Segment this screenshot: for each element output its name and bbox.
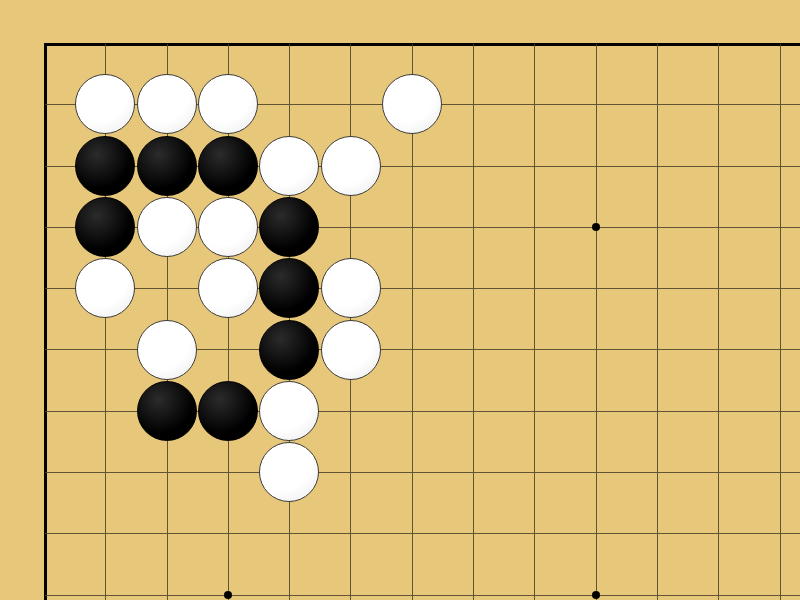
grid-cell <box>534 43 595 104</box>
grid-cell <box>228 595 289 600</box>
stone-black[interactable] <box>198 136 258 196</box>
grid-cell <box>473 288 534 349</box>
grid-cell <box>534 349 595 410</box>
grid-cell <box>44 595 105 600</box>
grid-cell <box>44 349 105 410</box>
grid-cell <box>657 166 718 227</box>
stone-white[interactable] <box>137 320 197 380</box>
stone-black[interactable] <box>75 136 135 196</box>
grid-cell <box>596 227 657 288</box>
grid-cell <box>596 104 657 165</box>
grid-cell <box>289 43 350 104</box>
grid-cell <box>718 288 779 349</box>
stone-white[interactable] <box>75 74 135 134</box>
stone-white[interactable] <box>137 197 197 257</box>
grid-cell <box>105 595 166 600</box>
grid-cell <box>657 43 718 104</box>
grid-cell <box>44 472 105 533</box>
stone-black[interactable] <box>259 258 319 318</box>
stone-white[interactable] <box>382 74 442 134</box>
grid-cell <box>473 533 534 594</box>
grid-cell <box>596 533 657 594</box>
stone-white[interactable] <box>259 442 319 502</box>
stone-black[interactable] <box>259 197 319 257</box>
grid-cell <box>534 288 595 349</box>
grid-cell <box>412 595 473 600</box>
grid-cell <box>289 533 350 594</box>
grid-cell <box>718 227 779 288</box>
grid-cell <box>718 104 779 165</box>
grid-cell <box>167 472 228 533</box>
grid-cell <box>780 288 800 349</box>
stone-white[interactable] <box>321 258 381 318</box>
grid-cell <box>534 166 595 227</box>
grid-cell <box>780 472 800 533</box>
stone-white[interactable] <box>321 320 381 380</box>
grid-cell <box>412 472 473 533</box>
go-board[interactable] <box>0 0 800 600</box>
grid-cell <box>657 411 718 472</box>
grid-cell <box>657 288 718 349</box>
grid-cell <box>167 595 228 600</box>
grid-cell <box>718 595 779 600</box>
grid-cell <box>780 43 800 104</box>
grid-cell <box>596 166 657 227</box>
grid-cell <box>780 349 800 410</box>
grid-cell <box>718 472 779 533</box>
grid-cell <box>350 533 411 594</box>
stone-black[interactable] <box>75 197 135 257</box>
grid-cell <box>412 288 473 349</box>
grid-cell <box>534 595 595 600</box>
stone-white[interactable] <box>259 381 319 441</box>
grid-cell <box>473 411 534 472</box>
stone-black[interactable] <box>137 381 197 441</box>
stone-white[interactable] <box>137 74 197 134</box>
grid-cell <box>473 43 534 104</box>
grid-cell <box>596 349 657 410</box>
grid-cell <box>412 533 473 594</box>
grid-cell <box>718 349 779 410</box>
grid-cell <box>350 472 411 533</box>
grid-cell <box>718 166 779 227</box>
grid-cell <box>167 533 228 594</box>
grid-cell <box>105 472 166 533</box>
grid-cell <box>780 595 800 600</box>
grid-cell <box>718 411 779 472</box>
grid-cell <box>473 595 534 600</box>
grid-cell <box>596 411 657 472</box>
grid-cell <box>534 227 595 288</box>
grid-cell <box>596 595 657 600</box>
grid-cell <box>718 533 779 594</box>
stone-white[interactable] <box>198 74 258 134</box>
grid-cell <box>105 533 166 594</box>
grid-cell <box>473 349 534 410</box>
grid-cell <box>596 288 657 349</box>
grid-cell <box>596 43 657 104</box>
grid-cell <box>412 349 473 410</box>
hoshi-point <box>592 591 600 599</box>
stone-white[interactable] <box>198 258 258 318</box>
grid-cell <box>657 595 718 600</box>
stone-white[interactable] <box>75 258 135 318</box>
stone-white[interactable] <box>198 197 258 257</box>
grid-cell <box>657 472 718 533</box>
grid-cell <box>780 411 800 472</box>
grid-cell <box>534 472 595 533</box>
grid-cell <box>473 472 534 533</box>
grid-cell <box>780 166 800 227</box>
stone-white[interactable] <box>259 136 319 196</box>
grid-cell <box>412 166 473 227</box>
grid-cell <box>596 472 657 533</box>
grid-cell <box>780 227 800 288</box>
grid-cell <box>657 227 718 288</box>
grid-cell <box>350 595 411 600</box>
grid-cell <box>289 595 350 600</box>
grid-cell <box>657 349 718 410</box>
stone-black[interactable] <box>137 136 197 196</box>
grid-cell <box>657 104 718 165</box>
grid-cell <box>44 411 105 472</box>
stone-white[interactable] <box>321 136 381 196</box>
grid-cell <box>718 43 779 104</box>
grid-cell <box>534 104 595 165</box>
grid-cell <box>780 104 800 165</box>
stone-black[interactable] <box>259 320 319 380</box>
grid-cell <box>412 227 473 288</box>
grid-cell <box>534 533 595 594</box>
hoshi-point <box>224 591 232 599</box>
grid-cell <box>228 533 289 594</box>
hoshi-point <box>592 223 600 231</box>
grid-cell <box>657 533 718 594</box>
grid-cell <box>44 533 105 594</box>
grid-cell <box>473 227 534 288</box>
grid-cell <box>534 411 595 472</box>
grid-cell <box>780 533 800 594</box>
grid-cell <box>350 411 411 472</box>
grid-cell <box>412 411 473 472</box>
grid-cell <box>473 104 534 165</box>
grid-cell <box>473 166 534 227</box>
stone-black[interactable] <box>198 381 258 441</box>
